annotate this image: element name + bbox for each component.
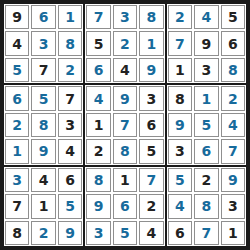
- sudoku-cell[interactable]: 4: [113, 58, 137, 82]
- sudoku-cell[interactable]: 3: [139, 86, 163, 110]
- sudoku-cell[interactable]: 4: [139, 221, 163, 245]
- sudoku-cell[interactable]: 8: [113, 139, 137, 163]
- sudoku-cell[interactable]: 4: [168, 194, 192, 218]
- sudoku-cell[interactable]: 5: [168, 168, 192, 192]
- sudoku-cell[interactable]: 8: [194, 194, 218, 218]
- sudoku-cell[interactable]: 6: [5, 86, 29, 110]
- sudoku-cell[interactable]: 4: [86, 86, 110, 110]
- sudoku-cell[interactable]: 2: [31, 221, 55, 245]
- sudoku-box: 657283194: [3, 84, 84, 165]
- sudoku-cell[interactable]: 8: [168, 86, 192, 110]
- sudoku-cell[interactable]: 3: [31, 31, 55, 55]
- sudoku-cell[interactable]: 6: [58, 168, 82, 192]
- sudoku-cell[interactable]: 7: [31, 58, 55, 82]
- sudoku-box: 346715829: [3, 166, 84, 247]
- sudoku-cell[interactable]: 5: [139, 139, 163, 163]
- sudoku-cell[interactable]: 1: [31, 194, 55, 218]
- sudoku-cell[interactable]: 8: [5, 221, 29, 245]
- sudoku-cell[interactable]: 2: [86, 139, 110, 163]
- sudoku-cell[interactable]: 4: [31, 168, 55, 192]
- sudoku-cell[interactable]: 5: [221, 5, 245, 29]
- sudoku-cell[interactable]: 9: [139, 58, 163, 82]
- sudoku-cell[interactable]: 5: [58, 194, 82, 218]
- sudoku-cell[interactable]: 7: [194, 221, 218, 245]
- sudoku-cell[interactable]: 1: [5, 139, 29, 163]
- sudoku-cell[interactable]: 8: [86, 168, 110, 192]
- sudoku-cell[interactable]: 4: [58, 139, 82, 163]
- sudoku-cell[interactable]: 2: [58, 58, 82, 82]
- sudoku-cell[interactable]: 9: [194, 31, 218, 55]
- sudoku-box: 493176285: [84, 84, 165, 165]
- sudoku-cell[interactable]: 3: [221, 194, 245, 218]
- sudoku-box: 817962354: [84, 166, 165, 247]
- sudoku-cell[interactable]: 5: [113, 221, 137, 245]
- sudoku-cell[interactable]: 9: [221, 168, 245, 192]
- sudoku-cell[interactable]: 1: [194, 86, 218, 110]
- sudoku-cell[interactable]: 5: [31, 86, 55, 110]
- sudoku-cell[interactable]: 6: [86, 58, 110, 82]
- sudoku-cell[interactable]: 7: [221, 139, 245, 163]
- sudoku-cell[interactable]: 7: [58, 86, 82, 110]
- sudoku-cell[interactable]: 2: [5, 113, 29, 137]
- sudoku-cell[interactable]: 9: [168, 113, 192, 137]
- sudoku-cell[interactable]: 7: [139, 168, 163, 192]
- sudoku-cell[interactable]: 3: [168, 139, 192, 163]
- sudoku-cell[interactable]: 4: [5, 31, 29, 55]
- sudoku-cell[interactable]: 9: [58, 221, 82, 245]
- sudoku-cell[interactable]: 9: [113, 86, 137, 110]
- sudoku-cell[interactable]: 8: [31, 113, 55, 137]
- sudoku-cell[interactable]: 3: [5, 168, 29, 192]
- sudoku-cell[interactable]: 8: [58, 31, 82, 55]
- sudoku-cell[interactable]: 4: [194, 5, 218, 29]
- sudoku-cell[interactable]: 9: [5, 5, 29, 29]
- sudoku-cell[interactable]: 6: [194, 139, 218, 163]
- sudoku-board: 9614385727385216492457961386572831944931…: [0, 0, 250, 250]
- sudoku-box: 529483671: [166, 166, 247, 247]
- sudoku-cell[interactable]: 6: [31, 5, 55, 29]
- sudoku-cell[interactable]: 6: [113, 194, 137, 218]
- sudoku-box: 245796138: [166, 3, 247, 84]
- sudoku-cell[interactable]: 4: [221, 113, 245, 137]
- sudoku-cell[interactable]: 2: [139, 194, 163, 218]
- sudoku-cell[interactable]: 6: [168, 221, 192, 245]
- sudoku-cell[interactable]: 9: [31, 139, 55, 163]
- sudoku-cell[interactable]: 2: [194, 168, 218, 192]
- sudoku-cell[interactable]: 1: [113, 168, 137, 192]
- sudoku-cell[interactable]: 7: [5, 194, 29, 218]
- sudoku-cell[interactable]: 5: [194, 113, 218, 137]
- sudoku-cell[interactable]: 1: [58, 5, 82, 29]
- sudoku-cell[interactable]: 7: [86, 5, 110, 29]
- sudoku-cell[interactable]: 8: [221, 58, 245, 82]
- sudoku-cell[interactable]: 5: [86, 31, 110, 55]
- sudoku-box: 738521649: [84, 3, 165, 84]
- sudoku-cell[interactable]: 3: [86, 221, 110, 245]
- sudoku-cell[interactable]: 2: [221, 86, 245, 110]
- sudoku-cell[interactable]: 2: [113, 31, 137, 55]
- sudoku-cell[interactable]: 1: [86, 113, 110, 137]
- sudoku-cell[interactable]: 9: [86, 194, 110, 218]
- sudoku-cell[interactable]: 6: [139, 113, 163, 137]
- sudoku-box: 961438572: [3, 3, 84, 84]
- sudoku-cell[interactable]: 3: [113, 5, 137, 29]
- sudoku-cell[interactable]: 3: [58, 113, 82, 137]
- sudoku-cell[interactable]: 3: [194, 58, 218, 82]
- sudoku-cell[interactable]: 1: [139, 31, 163, 55]
- sudoku-cell[interactable]: 5: [5, 58, 29, 82]
- sudoku-cell[interactable]: 7: [168, 31, 192, 55]
- sudoku-cell[interactable]: 8: [139, 5, 163, 29]
- sudoku-cell[interactable]: 7: [113, 113, 137, 137]
- sudoku-cell[interactable]: 2: [168, 5, 192, 29]
- sudoku-cell[interactable]: 6: [221, 31, 245, 55]
- sudoku-cell[interactable]: 1: [168, 58, 192, 82]
- sudoku-cell[interactable]: 1: [221, 221, 245, 245]
- sudoku-box: 812954367: [166, 84, 247, 165]
